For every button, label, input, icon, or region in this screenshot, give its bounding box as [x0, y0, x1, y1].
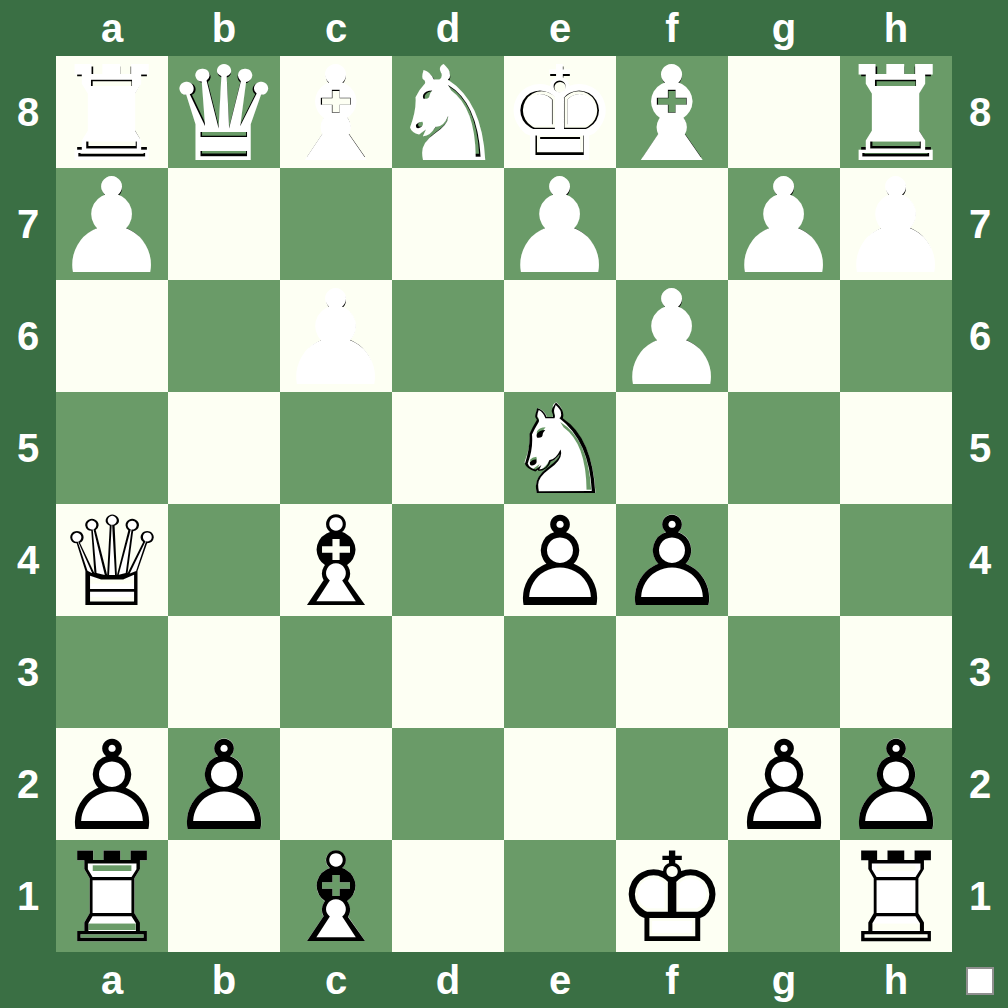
white-rook[interactable]: ♜♖ — [56, 842, 168, 954]
white-rook-glyph: ♖ — [56, 842, 167, 954]
white-bishop-glyph: ♗ — [280, 842, 391, 954]
white-bishop-glyph: ♗ — [280, 506, 391, 618]
square-d4[interactable] — [392, 504, 504, 616]
square-e7[interactable]: ♟♟ — [504, 168, 616, 280]
square-d3[interactable] — [392, 616, 504, 728]
file-label-a-top: a — [56, 0, 168, 56]
square-b4[interactable] — [168, 504, 280, 616]
rank-label-6-left: 6 — [0, 280, 56, 392]
square-h1[interactable]: ♜♖ — [840, 840, 952, 952]
file-label-e-top: e — [504, 0, 616, 56]
black-pawn-fill: ♟ — [725, 167, 843, 286]
file-label-f-bottom: f — [616, 952, 728, 1008]
white-king[interactable]: ♚♔ — [616, 842, 728, 954]
file-label-b-top: b — [168, 0, 280, 56]
square-e2[interactable] — [504, 728, 616, 840]
square-e5[interactable]: ♞♘ — [504, 392, 616, 504]
rank-label-7-right: 7 — [952, 168, 1008, 280]
file-label-e-bottom: e — [504, 952, 616, 1008]
square-a7[interactable]: ♟♟ — [56, 168, 168, 280]
file-label-c-top: c — [280, 0, 392, 56]
white-king-glyph: ♔ — [616, 842, 727, 954]
file-label-f-top: f — [616, 0, 728, 56]
black-bishop-fill: ♝ — [277, 55, 395, 174]
square-c1[interactable]: ♝♗ — [280, 840, 392, 952]
square-a2[interactable]: ♟♙ — [56, 728, 168, 840]
white-rook[interactable]: ♜♖ — [840, 842, 952, 954]
square-f1[interactable]: ♚♔ — [616, 840, 728, 952]
rank-label-8-right: 8 — [952, 56, 1008, 168]
black-bishop[interactable]: ♝♝ — [616, 58, 728, 170]
rank-label-3-right: 3 — [952, 616, 1008, 728]
square-h2[interactable]: ♟♙ — [840, 728, 952, 840]
rank-label-4-right: 4 — [952, 504, 1008, 616]
white-pawn-glyph: ♙ — [728, 730, 839, 842]
file-label-d-top: d — [392, 0, 504, 56]
square-b8[interactable]: ♛♛ — [168, 56, 280, 168]
black-pawn[interactable]: ♟♟ — [728, 170, 840, 282]
file-label-a-bottom: a — [56, 952, 168, 1008]
board-grid: ♜♜♛♛♝♝♞♞♚♚♝♝♜♜♟♟♟♟♟♟♟♟♟♟♟♟♞♘♛♕♝♗♟♙♟♙♟♙♟♙… — [56, 56, 952, 952]
rank-label-1-left: 1 — [0, 840, 56, 952]
black-pawn[interactable]: ♟♟ — [280, 282, 392, 394]
chess-board: ♜♜♛♛♝♝♞♞♚♚♝♝♜♜♟♟♟♟♟♟♟♟♟♟♟♟♞♘♛♕♝♗♟♙♟♙♟♙♟♙… — [0, 0, 1008, 1008]
black-queen[interactable]: ♛♛ — [168, 58, 280, 170]
black-pawn-fill: ♟ — [53, 167, 171, 286]
square-f4[interactable]: ♟♙ — [616, 504, 728, 616]
file-label-h-bottom: h — [840, 952, 952, 1008]
file-label-c-bottom: c — [280, 952, 392, 1008]
square-e4[interactable]: ♟♙ — [504, 504, 616, 616]
square-g4[interactable] — [728, 504, 840, 616]
square-h3[interactable] — [840, 616, 952, 728]
rank-label-7-left: 7 — [0, 168, 56, 280]
rank-label-3-left: 3 — [0, 616, 56, 728]
white-to-move-indicator — [966, 967, 994, 995]
white-pawn[interactable]: ♟♙ — [168, 730, 280, 842]
square-a4[interactable]: ♛♕ — [56, 504, 168, 616]
rank-label-4-left: 4 — [0, 504, 56, 616]
square-b2[interactable]: ♟♙ — [168, 728, 280, 840]
white-bishop[interactable]: ♝♗ — [280, 842, 392, 954]
white-pawn[interactable]: ♟♙ — [616, 506, 728, 618]
rank-label-2-left: 2 — [0, 728, 56, 840]
file-label-g-bottom: g — [728, 952, 840, 1008]
square-h7[interactable]: ♟♟ — [840, 168, 952, 280]
white-queen[interactable]: ♛♕ — [56, 506, 168, 618]
white-pawn[interactable]: ♟♙ — [728, 730, 840, 842]
square-c8[interactable]: ♝♝ — [280, 56, 392, 168]
square-f2[interactable] — [616, 728, 728, 840]
square-a1[interactable]: ♜♖ — [56, 840, 168, 952]
rank-label-5-right: 5 — [952, 392, 1008, 504]
square-c4[interactable]: ♝♗ — [280, 504, 392, 616]
file-label-d-bottom: d — [392, 952, 504, 1008]
black-bishop-fill: ♝ — [613, 55, 731, 174]
square-g5[interactable] — [728, 392, 840, 504]
square-f6[interactable]: ♟♟ — [616, 280, 728, 392]
square-g3[interactable] — [728, 616, 840, 728]
file-label-h-top: h — [840, 0, 952, 56]
black-pawn[interactable]: ♟♟ — [504, 170, 616, 282]
black-queen-fill: ♛ — [165, 55, 283, 174]
square-b6[interactable] — [168, 280, 280, 392]
black-pawn-fill: ♟ — [501, 167, 619, 286]
white-pawn-glyph: ♙ — [168, 730, 279, 842]
white-queen-glyph: ♕ — [56, 506, 167, 618]
square-d1[interactable] — [392, 840, 504, 952]
square-d6[interactable] — [392, 280, 504, 392]
square-f8[interactable]: ♝♝ — [616, 56, 728, 168]
square-c2[interactable] — [280, 728, 392, 840]
white-rook-glyph: ♖ — [840, 842, 951, 954]
square-h5[interactable] — [840, 392, 952, 504]
black-pawn[interactable]: ♟♟ — [616, 282, 728, 394]
white-pawn-glyph: ♙ — [616, 506, 727, 618]
black-pawn-fill: ♟ — [277, 279, 395, 398]
square-a5[interactable] — [56, 392, 168, 504]
square-g2[interactable]: ♟♙ — [728, 728, 840, 840]
black-pawn[interactable]: ♟♟ — [56, 170, 168, 282]
rank-label-5-left: 5 — [0, 392, 56, 504]
white-pawn[interactable]: ♟♙ — [504, 506, 616, 618]
black-pawn-fill: ♟ — [613, 279, 731, 398]
black-pawn[interactable]: ♟♟ — [840, 170, 952, 282]
square-d5[interactable] — [392, 392, 504, 504]
square-b3[interactable] — [168, 616, 280, 728]
rank-label-2-right: 2 — [952, 728, 1008, 840]
rank-label-1-right: 1 — [952, 840, 1008, 952]
square-b5[interactable] — [168, 392, 280, 504]
square-g7[interactable]: ♟♟ — [728, 168, 840, 280]
square-c6[interactable]: ♟♟ — [280, 280, 392, 392]
rank-label-8-left: 8 — [0, 56, 56, 168]
black-pawn-fill: ♟ — [837, 167, 955, 286]
black-bishop[interactable]: ♝♝ — [280, 58, 392, 170]
white-pawn-glyph: ♙ — [504, 506, 615, 618]
square-e1[interactable] — [504, 840, 616, 952]
square-h4[interactable] — [840, 504, 952, 616]
black-knight-fill: ♞ — [389, 55, 507, 174]
square-d2[interactable] — [392, 728, 504, 840]
square-d8[interactable]: ♞♞ — [392, 56, 504, 168]
white-bishop[interactable]: ♝♗ — [280, 506, 392, 618]
rank-label-6-right: 6 — [952, 280, 1008, 392]
file-label-b-bottom: b — [168, 952, 280, 1008]
black-knight[interactable]: ♞♞ — [392, 58, 504, 170]
file-label-g-top: g — [728, 0, 840, 56]
